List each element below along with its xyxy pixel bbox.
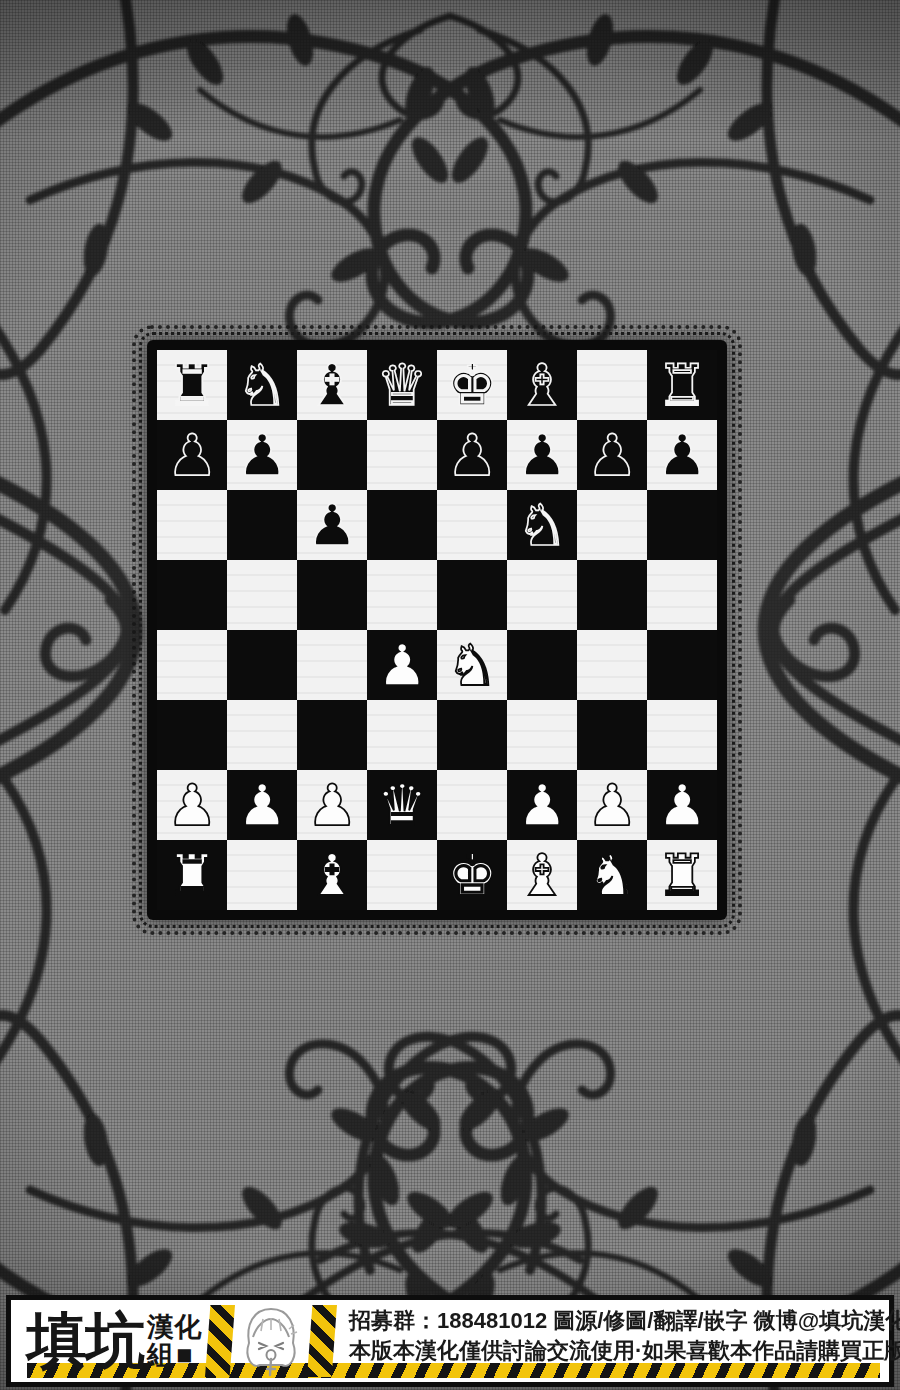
square-e2	[437, 770, 507, 840]
white-knight-g1: ♞	[586, 840, 637, 910]
square-f7: ♟	[507, 420, 577, 490]
black-king-e8: ♚	[446, 350, 497, 420]
square-g6	[577, 490, 647, 560]
square-a8: ♜	[157, 350, 227, 420]
black-pawn-b7: ♟	[236, 420, 287, 490]
black-bishop-f8: ♝	[516, 350, 567, 420]
square-f3	[507, 700, 577, 770]
square-b2: ♟	[227, 770, 297, 840]
square-d1	[367, 840, 437, 910]
square-d5	[367, 560, 437, 630]
square-c7	[297, 420, 367, 490]
square-g1: ♞	[577, 840, 647, 910]
square-f5	[507, 560, 577, 630]
square-h4	[647, 630, 717, 700]
square-b3	[227, 700, 297, 770]
square-h2: ♟	[647, 770, 717, 840]
white-pawn-a2: ♟	[166, 770, 217, 840]
square-d4: ♟	[367, 630, 437, 700]
square-d7	[367, 420, 437, 490]
white-queen-d2: ♛	[376, 770, 427, 840]
square-c6: ♟	[297, 490, 367, 560]
scanlation-banner: 填坑 漢化 組■ 招募群：188481012 圖源/修圖/翻譯/嵌字 微博@填坑…	[6, 1295, 894, 1387]
square-c4	[297, 630, 367, 700]
chess-board-frame: ♜♞♝♛♚♝♜♟♟♟♟♟♟♟♞♟♞♟♟♟♛♟♟♟♜♝♚♝♞♜	[147, 340, 727, 920]
white-rook-a1: ♜	[166, 840, 217, 910]
black-rook-a8: ♜	[166, 350, 217, 420]
square-d6	[367, 490, 437, 560]
square-e8: ♚	[437, 350, 507, 420]
credit-line-disclaimer: 本版本漢化僅供討論交流使用·如果喜歡本作品請購買正版！	[349, 1336, 900, 1366]
white-king-e1: ♚	[446, 840, 497, 910]
logo-square-mark: ■	[176, 1340, 192, 1370]
white-knight-e4: ♞	[446, 630, 497, 700]
square-a1: ♜	[157, 840, 227, 910]
square-g8	[577, 350, 647, 420]
white-bishop-f1: ♝	[516, 840, 567, 910]
square-f8: ♝	[507, 350, 577, 420]
square-f2: ♟	[507, 770, 577, 840]
black-pawn-g7: ♟	[586, 420, 637, 490]
square-g2: ♟	[577, 770, 647, 840]
square-c5	[297, 560, 367, 630]
square-h5	[647, 560, 717, 630]
white-pawn-f2: ♟	[516, 770, 567, 840]
square-f1: ♝	[507, 840, 577, 910]
group-logo-sub-bottom: 組	[147, 1340, 174, 1370]
square-g3	[577, 700, 647, 770]
square-b8: ♞	[227, 350, 297, 420]
square-h7: ♟	[647, 420, 717, 490]
square-g4	[577, 630, 647, 700]
black-rook-h8: ♜	[656, 350, 707, 420]
group-logo: 填坑 漢化 組■	[11, 1306, 201, 1376]
square-c2: ♟	[297, 770, 367, 840]
credit-line-recruit: 招募群：188481012 圖源/修圖/翻譯/嵌字 微博@填坑漢化組	[349, 1306, 900, 1336]
chess-board: ♜♞♝♛♚♝♜♟♟♟♟♟♟♟♞♟♞♟♟♟♛♟♟♟♜♝♚♝♞♜	[157, 350, 717, 910]
black-queen-d8: ♛	[376, 350, 427, 420]
square-h8: ♜	[647, 350, 717, 420]
square-h6	[647, 490, 717, 560]
square-b6	[227, 490, 297, 560]
square-b5	[227, 560, 297, 630]
black-bishop-c8: ♝	[306, 350, 357, 420]
square-d3	[367, 700, 437, 770]
square-c3	[297, 700, 367, 770]
white-pawn-b2: ♟	[236, 770, 287, 840]
square-h3	[647, 700, 717, 770]
square-a4	[157, 630, 227, 700]
square-e6	[437, 490, 507, 560]
black-pawn-e7: ♟	[446, 420, 497, 490]
square-c1: ♝	[297, 840, 367, 910]
white-bishop-c1: ♝	[306, 840, 357, 910]
black-pawn-a7: ♟	[166, 420, 217, 490]
black-knight-b8: ♞	[236, 350, 287, 420]
white-pawn-g2: ♟	[586, 770, 637, 840]
white-pawn-d4: ♟	[376, 630, 427, 700]
square-c8: ♝	[297, 350, 367, 420]
white-pawn-c2: ♟	[306, 770, 357, 840]
white-rook-h1: ♜	[656, 840, 707, 910]
square-e7: ♟	[437, 420, 507, 490]
square-e5	[437, 560, 507, 630]
square-b4	[227, 630, 297, 700]
square-a5	[157, 560, 227, 630]
square-a6	[157, 490, 227, 560]
square-e1: ♚	[437, 840, 507, 910]
square-h1: ♜	[647, 840, 717, 910]
black-pawn-f7: ♟	[516, 420, 567, 490]
square-g5	[577, 560, 647, 630]
square-d8: ♛	[367, 350, 437, 420]
square-d2: ♛	[367, 770, 437, 840]
square-f6: ♞	[507, 490, 577, 560]
square-a7: ♟	[157, 420, 227, 490]
square-f4	[507, 630, 577, 700]
mascot-girl-icon	[239, 1303, 303, 1379]
black-pawn-c6: ♟	[306, 490, 357, 560]
group-logo-main: 填坑	[27, 1306, 143, 1376]
black-knight-f6: ♞	[516, 490, 567, 560]
square-b1	[227, 840, 297, 910]
white-pawn-h2: ♟	[656, 770, 707, 840]
square-a3	[157, 700, 227, 770]
credit-text: 招募群：188481012 圖源/修圖/翻譯/嵌字 微博@填坑漢化組 本版本漢化…	[341, 1306, 900, 1376]
square-b7: ♟	[227, 420, 297, 490]
square-e3	[437, 700, 507, 770]
square-g7: ♟	[577, 420, 647, 490]
black-pawn-h7: ♟	[656, 420, 707, 490]
square-e4: ♞	[437, 630, 507, 700]
group-logo-sub-top: 漢化	[147, 1313, 201, 1341]
square-a2: ♟	[157, 770, 227, 840]
